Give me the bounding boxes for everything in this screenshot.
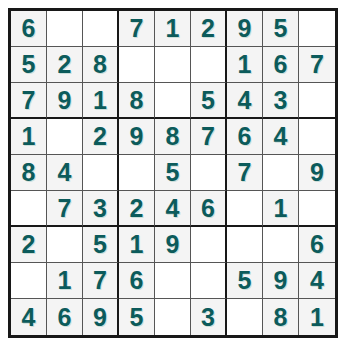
cell-r1c4[interactable]: 7: [119, 11, 155, 47]
cell-r2c5[interactable]: [155, 47, 191, 83]
cell-r7c4[interactable]: 1: [119, 227, 155, 263]
cell-r3c9[interactable]: [299, 83, 335, 119]
cell-r9c2[interactable]: 6: [47, 299, 83, 335]
cell-r5c6[interactable]: [191, 155, 227, 191]
cell-r8c1[interactable]: [11, 263, 47, 299]
cell-r9c3[interactable]: 9: [83, 299, 119, 335]
cell-r8c7[interactable]: 5: [227, 263, 263, 299]
cell-r3c4[interactable]: 8: [119, 83, 155, 119]
cell-r2c9[interactable]: 7: [299, 47, 335, 83]
cell-r6c7[interactable]: [227, 191, 263, 227]
cell-r7c2[interactable]: [47, 227, 83, 263]
sudoku-page: 6712955281677918543129876484579732461251…: [0, 0, 350, 350]
cell-r2c3[interactable]: 8: [83, 47, 119, 83]
cell-r5c4[interactable]: [119, 155, 155, 191]
cell-r8c3[interactable]: 7: [83, 263, 119, 299]
sudoku-board: 6712955281677918543129876484579732461251…: [8, 8, 338, 338]
cell-r3c3[interactable]: 1: [83, 83, 119, 119]
cell-r9c5[interactable]: [155, 299, 191, 335]
cell-r5c7[interactable]: 7: [227, 155, 263, 191]
cell-r8c9[interactable]: 4: [299, 263, 335, 299]
cell-r4c2[interactable]: [47, 119, 83, 155]
cell-r9c9[interactable]: 1: [299, 299, 335, 335]
cell-r3c5[interactable]: [155, 83, 191, 119]
cell-r7c8[interactable]: [263, 227, 299, 263]
cell-r3c2[interactable]: 9: [47, 83, 83, 119]
cell-r4c9[interactable]: [299, 119, 335, 155]
cell-r8c4[interactable]: 6: [119, 263, 155, 299]
cell-r7c9[interactable]: 6: [299, 227, 335, 263]
cell-r2c4[interactable]: [119, 47, 155, 83]
cell-r7c6[interactable]: [191, 227, 227, 263]
cell-r2c6[interactable]: [191, 47, 227, 83]
cell-r4c7[interactable]: 6: [227, 119, 263, 155]
cell-r5c1[interactable]: 8: [11, 155, 47, 191]
cell-r3c6[interactable]: 5: [191, 83, 227, 119]
cell-r6c1[interactable]: [11, 191, 47, 227]
cell-r4c5[interactable]: 8: [155, 119, 191, 155]
cell-r4c4[interactable]: 9: [119, 119, 155, 155]
cell-r6c3[interactable]: 3: [83, 191, 119, 227]
cell-r9c1[interactable]: 4: [11, 299, 47, 335]
cell-r1c6[interactable]: 2: [191, 11, 227, 47]
cell-r1c5[interactable]: 1: [155, 11, 191, 47]
cell-r5c3[interactable]: [83, 155, 119, 191]
cell-r2c1[interactable]: 5: [11, 47, 47, 83]
cell-r4c8[interactable]: 4: [263, 119, 299, 155]
cell-r9c8[interactable]: 8: [263, 299, 299, 335]
cell-r1c2[interactable]: [47, 11, 83, 47]
cell-r1c9[interactable]: [299, 11, 335, 47]
cell-r6c4[interactable]: 2: [119, 191, 155, 227]
cell-r7c5[interactable]: 9: [155, 227, 191, 263]
cell-r2c8[interactable]: 6: [263, 47, 299, 83]
cell-r4c6[interactable]: 7: [191, 119, 227, 155]
cell-r6c6[interactable]: 6: [191, 191, 227, 227]
cell-r1c8[interactable]: 5: [263, 11, 299, 47]
cell-r1c1[interactable]: 6: [11, 11, 47, 47]
cell-r8c5[interactable]: [155, 263, 191, 299]
cell-r3c1[interactable]: 7: [11, 83, 47, 119]
cell-r2c7[interactable]: 1: [227, 47, 263, 83]
cell-r5c2[interactable]: 4: [47, 155, 83, 191]
cell-r8c6[interactable]: [191, 263, 227, 299]
cell-r8c8[interactable]: 9: [263, 263, 299, 299]
cell-r7c1[interactable]: 2: [11, 227, 47, 263]
cell-r1c7[interactable]: 9: [227, 11, 263, 47]
cell-r1c3[interactable]: [83, 11, 119, 47]
cell-r7c3[interactable]: 5: [83, 227, 119, 263]
cell-r4c1[interactable]: 1: [11, 119, 47, 155]
cell-r5c8[interactable]: [263, 155, 299, 191]
cell-r5c5[interactable]: 5: [155, 155, 191, 191]
cell-r5c9[interactable]: 9: [299, 155, 335, 191]
cell-r7c7[interactable]: [227, 227, 263, 263]
cell-r3c7[interactable]: 4: [227, 83, 263, 119]
cell-r6c9[interactable]: [299, 191, 335, 227]
cell-r3c8[interactable]: 3: [263, 83, 299, 119]
cell-r6c5[interactable]: 4: [155, 191, 191, 227]
cell-r2c2[interactable]: 2: [47, 47, 83, 83]
cell-r6c8[interactable]: 1: [263, 191, 299, 227]
cell-r4c3[interactable]: 2: [83, 119, 119, 155]
cell-r8c2[interactable]: 1: [47, 263, 83, 299]
cell-r6c2[interactable]: 7: [47, 191, 83, 227]
cell-r9c7[interactable]: [227, 299, 263, 335]
cell-r9c6[interactable]: 3: [191, 299, 227, 335]
cell-r9c4[interactable]: 5: [119, 299, 155, 335]
